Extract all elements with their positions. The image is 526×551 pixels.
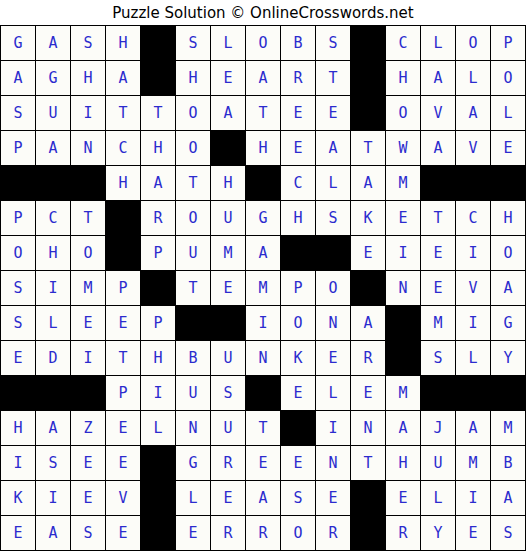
letter-cell: E [211, 481, 246, 516]
letter-cell: A [36, 516, 71, 551]
black-cell [141, 26, 176, 61]
letter-cell: S [316, 201, 351, 236]
letter-cell: C [36, 201, 71, 236]
black-cell [176, 306, 211, 341]
letter-cell: O [386, 96, 421, 131]
black-cell [421, 166, 456, 201]
letter-cell: A [141, 166, 176, 201]
letter-cell: G [176, 446, 211, 481]
letter-cell: S [491, 516, 526, 551]
black-cell [141, 446, 176, 481]
black-cell [246, 166, 281, 201]
letter-cell: E [421, 271, 456, 306]
letter-cell: U [176, 376, 211, 411]
letter-cell: P [141, 236, 176, 271]
letter-cell: G [36, 61, 71, 96]
black-cell [36, 376, 71, 411]
letter-cell: W [386, 131, 421, 166]
letter-cell: M [491, 411, 526, 446]
letter-cell: Y [491, 341, 526, 376]
letter-cell: O [71, 236, 106, 271]
letter-cell: E [246, 446, 281, 481]
letter-cell: I [456, 306, 491, 341]
letter-cell: A [36, 26, 71, 61]
letter-cell: O [281, 516, 316, 551]
letter-cell: A [1, 61, 36, 96]
letter-cell: M [456, 446, 491, 481]
black-cell [281, 236, 316, 271]
letter-cell: O [491, 236, 526, 271]
black-cell [456, 376, 491, 411]
letter-cell: A [351, 306, 386, 341]
letter-cell: P [141, 306, 176, 341]
letter-cell: O [176, 201, 211, 236]
letter-cell: T [316, 61, 351, 96]
letter-cell: V [456, 131, 491, 166]
black-cell [141, 271, 176, 306]
letter-cell: N [71, 131, 106, 166]
letter-cell: O [176, 131, 211, 166]
letter-cell: S [71, 516, 106, 551]
letter-cell: E [1, 341, 36, 376]
letter-cell: E [491, 131, 526, 166]
black-cell [106, 236, 141, 271]
letter-cell: E [106, 516, 141, 551]
letter-cell: P [106, 271, 141, 306]
letter-cell: T [71, 201, 106, 236]
letter-cell: T [141, 96, 176, 131]
letter-cell: L [456, 61, 491, 96]
letter-cell: I [386, 236, 421, 271]
letter-cell: M [71, 271, 106, 306]
letter-cell: E [351, 236, 386, 271]
letter-cell: K [281, 341, 316, 376]
letter-cell: H [71, 61, 106, 96]
letter-cell: P [106, 376, 141, 411]
letter-cell: A [491, 481, 526, 516]
letter-cell: E [211, 61, 246, 96]
black-cell [351, 481, 386, 516]
letter-cell: I [246, 306, 281, 341]
letter-cell: L [456, 341, 491, 376]
page-title: Puzzle Solution © OnlineCrosswords.net [0, 0, 526, 25]
letter-cell: E [281, 131, 316, 166]
letter-cell: T [351, 446, 386, 481]
letter-cell: H [246, 131, 281, 166]
letter-cell: O [246, 26, 281, 61]
letter-cell: C [281, 166, 316, 201]
letter-cell: I [71, 341, 106, 376]
letter-cell: A [211, 96, 246, 131]
letter-cell: E [71, 446, 106, 481]
letter-cell: D [36, 341, 71, 376]
black-cell [351, 26, 386, 61]
letter-cell: A [246, 481, 281, 516]
letter-cell: S [1, 306, 36, 341]
letter-cell: E [386, 481, 421, 516]
letter-cell: A [491, 271, 526, 306]
letter-cell: H [106, 166, 141, 201]
letter-cell: I [36, 481, 71, 516]
letter-cell: H [106, 26, 141, 61]
letter-cell: I [36, 271, 71, 306]
letter-cell: H [141, 131, 176, 166]
letter-cell: T [176, 166, 211, 201]
black-cell [211, 306, 246, 341]
letter-cell: E [106, 411, 141, 446]
letter-cell: S [36, 446, 71, 481]
letter-cell: S [421, 341, 456, 376]
letter-cell: H [281, 201, 316, 236]
letter-cell: A [316, 131, 351, 166]
letter-cell: B [281, 26, 316, 61]
letter-cell: R [211, 516, 246, 551]
letter-cell: O [1, 236, 36, 271]
letter-cell: C [386, 26, 421, 61]
letter-cell: M [386, 166, 421, 201]
letter-cell: E [316, 481, 351, 516]
black-cell [491, 166, 526, 201]
letter-cell: O [316, 271, 351, 306]
letter-cell: T [246, 96, 281, 131]
letter-cell: L [36, 306, 71, 341]
letter-cell: S [211, 376, 246, 411]
letter-cell: R [141, 201, 176, 236]
letter-cell: R [211, 446, 246, 481]
letter-cell: H [176, 61, 211, 96]
letter-cell: V [106, 481, 141, 516]
letter-cell: R [281, 61, 316, 96]
black-cell [71, 376, 106, 411]
letter-cell: G [1, 26, 36, 61]
letter-cell: E [106, 446, 141, 481]
black-cell [1, 376, 36, 411]
letter-cell: E [71, 481, 106, 516]
letter-cell: E [316, 341, 351, 376]
letter-cell: U [211, 341, 246, 376]
letter-cell: R [246, 516, 281, 551]
letter-cell: N [351, 411, 386, 446]
letter-cell: M [246, 271, 281, 306]
letter-cell: E [351, 376, 386, 411]
letter-cell: H [211, 166, 246, 201]
letter-cell: A [246, 61, 281, 96]
letter-cell: V [456, 271, 491, 306]
black-cell [421, 376, 456, 411]
black-cell [351, 61, 386, 96]
letter-cell: A [456, 411, 491, 446]
letter-cell: R [316, 516, 351, 551]
letter-cell: S [71, 26, 106, 61]
letter-cell: O [281, 306, 316, 341]
letter-cell: A [36, 411, 71, 446]
letter-cell: A [386, 411, 421, 446]
crossword-grid: GASHSLOBSCLOPAGHAHEARTHALOSUITTOATEEOVAL… [0, 25, 526, 551]
letter-cell: J [421, 411, 456, 446]
letter-cell: O [176, 96, 211, 131]
letter-cell: I [141, 376, 176, 411]
letter-cell: N [316, 306, 351, 341]
letter-cell: T [421, 201, 456, 236]
letter-cell: K [1, 481, 36, 516]
black-cell [141, 481, 176, 516]
letter-cell: N [386, 271, 421, 306]
letter-cell: L [491, 96, 526, 131]
black-cell [456, 166, 491, 201]
black-cell [351, 96, 386, 131]
letter-cell: R [386, 516, 421, 551]
letter-cell: A [421, 61, 456, 96]
letter-cell: A [246, 236, 281, 271]
black-cell [386, 306, 421, 341]
letter-cell: A [351, 166, 386, 201]
black-cell [281, 411, 316, 446]
letter-cell: A [421, 131, 456, 166]
letter-cell: P [281, 271, 316, 306]
letter-cell: I [71, 96, 106, 131]
letter-cell: T [106, 96, 141, 131]
black-cell [71, 166, 106, 201]
letter-cell: U [176, 236, 211, 271]
letter-cell: H [386, 446, 421, 481]
letter-cell: L [316, 376, 351, 411]
letter-cell: B [176, 341, 211, 376]
letter-cell: E [281, 376, 316, 411]
letter-cell: E [456, 516, 491, 551]
letter-cell: N [176, 411, 211, 446]
black-cell [491, 376, 526, 411]
letter-cell: A [456, 96, 491, 131]
letter-cell: U [211, 201, 246, 236]
letter-cell: G [246, 201, 281, 236]
letter-cell: Z [71, 411, 106, 446]
letter-cell: K [351, 201, 386, 236]
letter-cell: O [456, 26, 491, 61]
black-cell [1, 166, 36, 201]
letter-cell: R [351, 341, 386, 376]
letter-cell: E [316, 96, 351, 131]
letter-cell: E [281, 446, 316, 481]
letter-cell: I [1, 446, 36, 481]
letter-cell: H [1, 411, 36, 446]
letter-cell: O [491, 61, 526, 96]
letter-cell: B [491, 446, 526, 481]
letter-cell: E [106, 306, 141, 341]
letter-cell: I [456, 236, 491, 271]
black-cell [386, 341, 421, 376]
black-cell [36, 166, 71, 201]
letter-cell: H [141, 341, 176, 376]
letter-cell: E [281, 96, 316, 131]
letter-cell: U [36, 96, 71, 131]
black-cell [316, 236, 351, 271]
letter-cell: A [36, 131, 71, 166]
letter-cell: S [1, 96, 36, 131]
letter-cell: C [106, 131, 141, 166]
letter-cell: M [211, 236, 246, 271]
letter-cell: S [281, 481, 316, 516]
letter-cell: E [211, 271, 246, 306]
letter-cell: H [36, 236, 71, 271]
letter-cell: H [491, 201, 526, 236]
letter-cell: G [491, 306, 526, 341]
letter-cell: L [141, 411, 176, 446]
letter-cell: V [421, 96, 456, 131]
letter-cell: T [106, 341, 141, 376]
letter-cell: E [176, 516, 211, 551]
letter-cell: T [351, 131, 386, 166]
letter-cell: S [1, 271, 36, 306]
letter-cell: U [421, 446, 456, 481]
letter-cell: H [386, 61, 421, 96]
letter-cell: E [71, 306, 106, 341]
black-cell [141, 61, 176, 96]
letter-cell: M [386, 376, 421, 411]
letter-cell: T [176, 271, 211, 306]
letter-cell: I [316, 411, 351, 446]
letter-cell: L [421, 481, 456, 516]
letter-cell: N [246, 341, 281, 376]
letter-cell: T [246, 411, 281, 446]
letter-cell: C [456, 201, 491, 236]
crossword-solution-page: Puzzle Solution © OnlineCrosswords.net G… [0, 0, 526, 551]
black-cell [106, 201, 141, 236]
letter-cell: P [1, 131, 36, 166]
black-cell [246, 376, 281, 411]
letter-cell: L [421, 26, 456, 61]
letter-cell: M [421, 306, 456, 341]
black-cell [351, 271, 386, 306]
black-cell [351, 516, 386, 551]
letter-cell: S [176, 26, 211, 61]
letter-cell: S [316, 26, 351, 61]
black-cell [141, 516, 176, 551]
letter-cell: E [386, 201, 421, 236]
letter-cell: P [1, 201, 36, 236]
black-cell [211, 131, 246, 166]
letter-cell: L [211, 26, 246, 61]
letter-cell: E [1, 516, 36, 551]
letter-cell: Y [421, 516, 456, 551]
letter-cell: I [456, 481, 491, 516]
letter-cell: P [491, 26, 526, 61]
letter-cell: A [106, 61, 141, 96]
letter-cell: N [316, 446, 351, 481]
letter-cell: L [176, 481, 211, 516]
letter-cell: E [421, 236, 456, 271]
letter-cell: L [316, 166, 351, 201]
letter-cell: U [211, 411, 246, 446]
